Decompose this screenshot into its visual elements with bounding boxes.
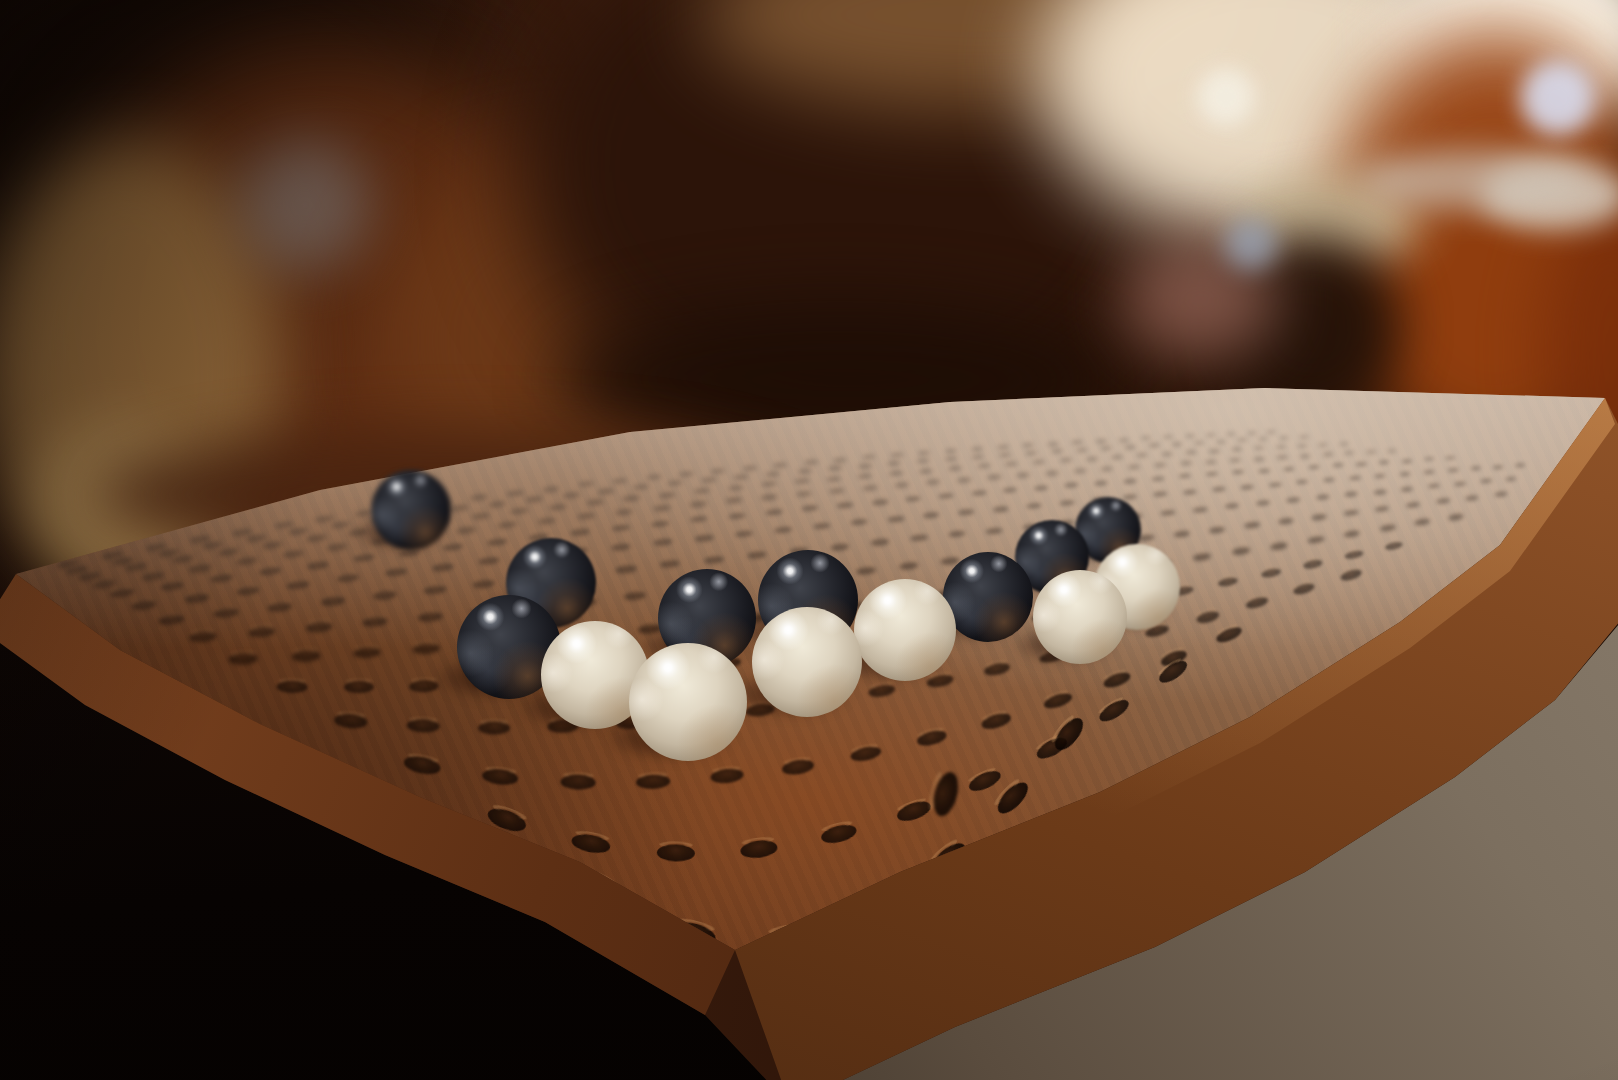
white-marble	[629, 643, 747, 761]
black-marble	[371, 470, 451, 550]
white-marble	[1033, 570, 1127, 664]
scene-photo	[0, 0, 1618, 1080]
marbles-layer	[0, 0, 1618, 1080]
black-marble	[943, 552, 1033, 642]
white-marble	[854, 579, 956, 681]
white-marble	[752, 607, 862, 717]
